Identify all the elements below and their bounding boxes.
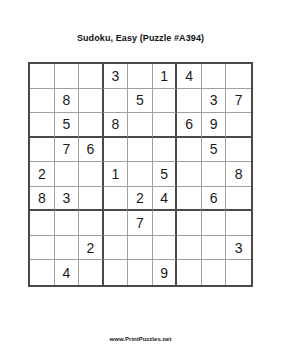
puzzle-page: Sudoku, Easy (Puzzle #A394) 314853758697… xyxy=(0,0,281,363)
cell-r4c8[interactable]: 5 xyxy=(202,138,227,163)
cell-r2c5[interactable]: 5 xyxy=(128,89,153,114)
cell-r4c4[interactable] xyxy=(104,138,129,163)
cell-r3c7[interactable]: 6 xyxy=(177,113,202,138)
cell-r4c1[interactable] xyxy=(30,138,55,163)
cell-r7c1[interactable] xyxy=(30,211,55,236)
cell-r2c1[interactable] xyxy=(30,89,55,114)
cell-r1c7[interactable]: 4 xyxy=(177,64,202,89)
cell-r7c5[interactable]: 7 xyxy=(128,211,153,236)
cell-r3c6[interactable] xyxy=(153,113,178,138)
cell-r7c6[interactable] xyxy=(153,211,178,236)
cell-r4c7[interactable] xyxy=(177,138,202,163)
cell-r2c3[interactable] xyxy=(79,89,104,114)
cell-r4c6[interactable] xyxy=(153,138,178,163)
cell-r9c9[interactable] xyxy=(226,260,251,285)
cell-r8c5[interactable] xyxy=(128,236,153,261)
cell-r4c5[interactable] xyxy=(128,138,153,163)
cell-r9c2[interactable]: 4 xyxy=(55,260,80,285)
cell-r9c3[interactable] xyxy=(79,260,104,285)
cell-r1c2[interactable] xyxy=(55,64,80,89)
cell-r1c3[interactable] xyxy=(79,64,104,89)
cell-r3c2[interactable]: 5 xyxy=(55,113,80,138)
cell-r6c3[interactable] xyxy=(79,187,104,212)
cell-r8c3[interactable]: 2 xyxy=(79,236,104,261)
cell-r1c8[interactable] xyxy=(202,64,227,89)
cell-r2c4[interactable] xyxy=(104,89,129,114)
cell-r3c9[interactable] xyxy=(226,113,251,138)
cell-r3c5[interactable] xyxy=(128,113,153,138)
cell-r9c6[interactable]: 9 xyxy=(153,260,178,285)
cell-r5c9[interactable]: 8 xyxy=(226,162,251,187)
cell-r8c4[interactable] xyxy=(104,236,129,261)
cell-r8c6[interactable] xyxy=(153,236,178,261)
cell-r4c3[interactable]: 6 xyxy=(79,138,104,163)
cell-r7c3[interactable] xyxy=(79,211,104,236)
cell-r7c7[interactable] xyxy=(177,211,202,236)
puzzle-title: Sudoku, Easy (Puzzle #A394) xyxy=(0,33,281,43)
cell-r9c1[interactable] xyxy=(30,260,55,285)
cell-r5c1[interactable]: 2 xyxy=(30,162,55,187)
cell-r6c5[interactable]: 2 xyxy=(128,187,153,212)
cell-r1c6[interactable]: 1 xyxy=(153,64,178,89)
cell-r6c9[interactable] xyxy=(226,187,251,212)
cell-r3c1[interactable] xyxy=(30,113,55,138)
cell-r5c2[interactable] xyxy=(55,162,80,187)
cell-r7c4[interactable] xyxy=(104,211,129,236)
cell-r2c6[interactable] xyxy=(153,89,178,114)
cell-r3c4[interactable]: 8 xyxy=(104,113,129,138)
cell-r1c9[interactable] xyxy=(226,64,251,89)
cell-r6c6[interactable]: 4 xyxy=(153,187,178,212)
cell-r5c5[interactable] xyxy=(128,162,153,187)
cell-r6c1[interactable]: 8 xyxy=(30,187,55,212)
cell-r7c8[interactable] xyxy=(202,211,227,236)
cell-r7c9[interactable] xyxy=(226,211,251,236)
cell-r9c4[interactable] xyxy=(104,260,129,285)
cell-r4c2[interactable]: 7 xyxy=(55,138,80,163)
cell-r8c8[interactable] xyxy=(202,236,227,261)
cell-r1c4[interactable]: 3 xyxy=(104,64,129,89)
cell-r5c7[interactable] xyxy=(177,162,202,187)
cell-r2c7[interactable] xyxy=(177,89,202,114)
cell-r2c2[interactable]: 8 xyxy=(55,89,80,114)
cell-r5c3[interactable] xyxy=(79,162,104,187)
sudoku-board: 3148537586976521588324672349 xyxy=(28,62,253,287)
cell-r3c3[interactable] xyxy=(79,113,104,138)
cell-r8c9[interactable]: 3 xyxy=(226,236,251,261)
cell-r3c8[interactable]: 9 xyxy=(202,113,227,138)
cell-r7c2[interactable] xyxy=(55,211,80,236)
cell-r8c7[interactable] xyxy=(177,236,202,261)
cell-r2c8[interactable]: 3 xyxy=(202,89,227,114)
cell-r9c5[interactable] xyxy=(128,260,153,285)
cell-r6c7[interactable] xyxy=(177,187,202,212)
cell-r6c4[interactable] xyxy=(104,187,129,212)
cell-r9c7[interactable] xyxy=(177,260,202,285)
footer-url: www.PrintPuzzles.net xyxy=(0,336,281,342)
cell-r6c2[interactable]: 3 xyxy=(55,187,80,212)
cell-r1c5[interactable] xyxy=(128,64,153,89)
cell-r1c1[interactable] xyxy=(30,64,55,89)
cell-r5c4[interactable]: 1 xyxy=(104,162,129,187)
cell-r5c6[interactable]: 5 xyxy=(153,162,178,187)
cell-r5c8[interactable] xyxy=(202,162,227,187)
cell-r6c8[interactable]: 6 xyxy=(202,187,227,212)
cell-r8c2[interactable] xyxy=(55,236,80,261)
cell-r2c9[interactable]: 7 xyxy=(226,89,251,114)
cell-r8c1[interactable] xyxy=(30,236,55,261)
cell-r9c8[interactable] xyxy=(202,260,227,285)
cell-r4c9[interactable] xyxy=(226,138,251,163)
